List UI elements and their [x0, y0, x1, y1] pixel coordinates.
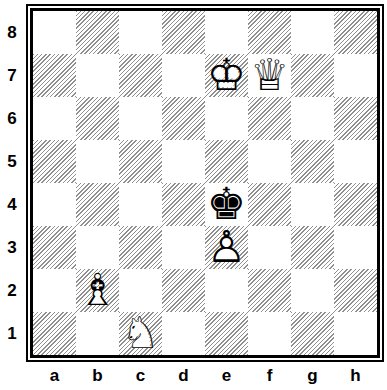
square-b6[interactable]	[76, 97, 119, 140]
square-b3[interactable]	[76, 226, 119, 269]
rank-label-8: 8	[0, 11, 24, 54]
square-e3[interactable]: ♟♙	[205, 226, 248, 269]
chess-board: ♚♔♛♕♚♟♙♝♗♞♘	[33, 11, 377, 355]
square-g4[interactable]	[291, 183, 334, 226]
square-a1[interactable]	[33, 312, 76, 355]
square-c4[interactable]	[119, 183, 162, 226]
rank-label-7: 7	[0, 54, 24, 97]
file-labels: abcdefgh	[33, 363, 377, 389]
square-g2[interactable]	[291, 269, 334, 312]
square-d3[interactable]	[162, 226, 205, 269]
square-h3[interactable]	[334, 226, 377, 269]
file-label-a: a	[33, 363, 76, 389]
file-label-e: e	[205, 363, 248, 389]
square-e7[interactable]: ♚♔	[205, 54, 248, 97]
rank-label-2: 2	[0, 269, 24, 312]
square-f1[interactable]	[248, 312, 291, 355]
square-b5[interactable]	[76, 140, 119, 183]
square-f4[interactable]	[248, 183, 291, 226]
square-e4[interactable]: ♚	[205, 183, 248, 226]
square-h6[interactable]	[334, 97, 377, 140]
white-king-outline: ♔	[207, 53, 246, 97]
square-b7[interactable]	[76, 54, 119, 97]
square-b2[interactable]: ♝♗	[76, 269, 119, 312]
square-f8[interactable]	[248, 11, 291, 54]
square-c3[interactable]	[119, 226, 162, 269]
square-f6[interactable]	[248, 97, 291, 140]
square-b1[interactable]	[76, 312, 119, 355]
file-label-g: g	[291, 363, 334, 389]
rank-label-4: 4	[0, 183, 24, 226]
square-g1[interactable]	[291, 312, 334, 355]
white-knight[interactable]: ♞♘	[119, 312, 162, 355]
white-king[interactable]: ♚♔	[205, 54, 248, 97]
board-frame-inner: ♚♔♛♕♚♟♙♝♗♞♘	[30, 8, 380, 358]
white-bishop[interactable]: ♝♗	[76, 269, 119, 312]
square-g8[interactable]	[291, 11, 334, 54]
square-d4[interactable]	[162, 183, 205, 226]
square-d7[interactable]	[162, 54, 205, 97]
file-label-h: h	[334, 363, 377, 389]
rank-label-3: 3	[0, 226, 24, 269]
file-label-f: f	[248, 363, 291, 389]
square-f2[interactable]	[248, 269, 291, 312]
chess-diagram: 87654321 ♚♔♛♕♚♟♙♝♗♞♘ abcdefgh	[0, 0, 387, 390]
square-h4[interactable]	[334, 183, 377, 226]
square-e5[interactable]	[205, 140, 248, 183]
black-king-glyph: ♚	[207, 182, 246, 226]
square-a6[interactable]	[33, 97, 76, 140]
square-f3[interactable]	[248, 226, 291, 269]
square-c5[interactable]	[119, 140, 162, 183]
square-e1[interactable]	[205, 312, 248, 355]
board-frame: ♚♔♛♕♚♟♙♝♗♞♘	[26, 4, 384, 362]
square-d8[interactable]	[162, 11, 205, 54]
rank-labels: 87654321	[0, 11, 24, 355]
white-queen-outline: ♕	[250, 53, 289, 97]
square-c6[interactable]	[119, 97, 162, 140]
square-b4[interactable]	[76, 183, 119, 226]
square-e8[interactable]	[205, 11, 248, 54]
square-g6[interactable]	[291, 97, 334, 140]
rank-label-5: 5	[0, 140, 24, 183]
file-label-c: c	[119, 363, 162, 389]
square-h8[interactable]	[334, 11, 377, 54]
square-e2[interactable]	[205, 269, 248, 312]
square-b8[interactable]	[76, 11, 119, 54]
white-queen[interactable]: ♛♕	[248, 54, 291, 97]
square-d2[interactable]	[162, 269, 205, 312]
square-g5[interactable]	[291, 140, 334, 183]
square-e6[interactable]	[205, 97, 248, 140]
square-h2[interactable]	[334, 269, 377, 312]
rank-label-1: 1	[0, 312, 24, 355]
square-g7[interactable]	[291, 54, 334, 97]
square-a8[interactable]	[33, 11, 76, 54]
square-a2[interactable]	[33, 269, 76, 312]
square-c1[interactable]: ♞♘	[119, 312, 162, 355]
square-c2[interactable]	[119, 269, 162, 312]
square-h7[interactable]	[334, 54, 377, 97]
square-h1[interactable]	[334, 312, 377, 355]
file-label-d: d	[162, 363, 205, 389]
square-a5[interactable]	[33, 140, 76, 183]
white-pawn-outline: ♙	[207, 225, 246, 269]
square-d6[interactable]	[162, 97, 205, 140]
square-d5[interactable]	[162, 140, 205, 183]
white-bishop-outline: ♗	[78, 268, 117, 312]
file-label-b: b	[76, 363, 119, 389]
square-h5[interactable]	[334, 140, 377, 183]
square-f5[interactable]	[248, 140, 291, 183]
rank-label-6: 6	[0, 97, 24, 140]
white-pawn[interactable]: ♟♙	[205, 226, 248, 269]
square-a7[interactable]	[33, 54, 76, 97]
white-knight-outline: ♘	[121, 311, 160, 355]
square-f7[interactable]: ♛♕	[248, 54, 291, 97]
square-c7[interactable]	[119, 54, 162, 97]
square-c8[interactable]	[119, 11, 162, 54]
square-a4[interactable]	[33, 183, 76, 226]
square-d1[interactable]	[162, 312, 205, 355]
square-a3[interactable]	[33, 226, 76, 269]
black-king[interactable]: ♚	[205, 183, 248, 226]
square-g3[interactable]	[291, 226, 334, 269]
